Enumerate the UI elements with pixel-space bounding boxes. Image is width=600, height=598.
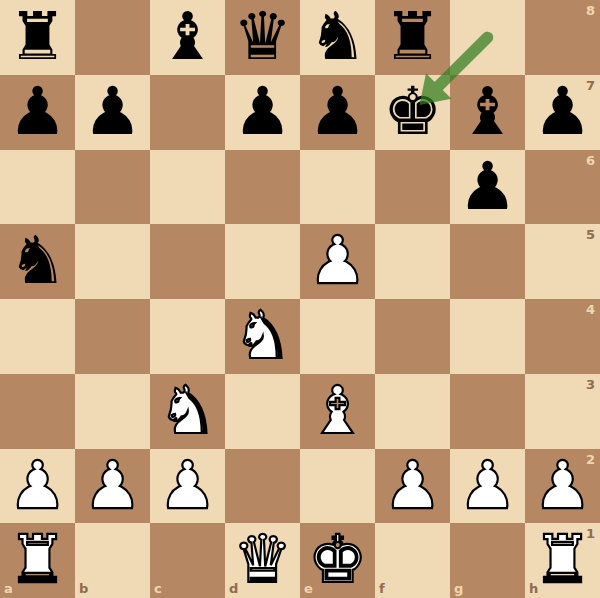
piece-black-knight[interactable]: ♞ bbox=[0, 224, 75, 299]
piece-white-pawn[interactable]: ♟ bbox=[450, 449, 525, 524]
square-e6[interactable] bbox=[300, 150, 375, 225]
square-e4[interactable] bbox=[300, 299, 375, 374]
square-h8[interactable]: 8 bbox=[525, 0, 600, 75]
coord-file-b: b bbox=[79, 582, 88, 595]
piece-black-pawn[interactable]: ♟ bbox=[0, 75, 75, 150]
piece-white-knight[interactable]: ♞ bbox=[150, 374, 225, 449]
piece-black-rook[interactable]: ♜ bbox=[0, 0, 75, 75]
square-h2[interactable]: ♟2 bbox=[525, 449, 600, 524]
coord-file-c: c bbox=[154, 582, 162, 595]
piece-black-queen[interactable]: ♛ bbox=[225, 0, 300, 75]
square-f8[interactable]: ♜ bbox=[375, 0, 450, 75]
square-c4[interactable] bbox=[150, 299, 225, 374]
square-b1[interactable]: b bbox=[75, 523, 150, 598]
square-c8[interactable]: ♝ bbox=[150, 0, 225, 75]
square-d3[interactable] bbox=[225, 374, 300, 449]
square-a2[interactable]: ♟ bbox=[0, 449, 75, 524]
piece-black-bishop[interactable]: ♝ bbox=[450, 75, 525, 150]
square-a5[interactable]: ♞ bbox=[0, 224, 75, 299]
square-d1[interactable]: ♛d bbox=[225, 523, 300, 598]
square-c2[interactable]: ♟ bbox=[150, 449, 225, 524]
piece-white-pawn[interactable]: ♟ bbox=[375, 449, 450, 524]
square-b3[interactable] bbox=[75, 374, 150, 449]
square-e1[interactable]: ♚e bbox=[300, 523, 375, 598]
square-a8[interactable]: ♜ bbox=[0, 0, 75, 75]
piece-white-pawn[interactable]: ♟ bbox=[75, 449, 150, 524]
piece-black-rook[interactable]: ♜ bbox=[375, 0, 450, 75]
square-g2[interactable]: ♟ bbox=[450, 449, 525, 524]
coord-rank-3: 3 bbox=[586, 378, 595, 391]
square-c3[interactable]: ♞ bbox=[150, 374, 225, 449]
square-a1[interactable]: ♜a bbox=[0, 523, 75, 598]
square-b7[interactable]: ♟ bbox=[75, 75, 150, 150]
square-e5[interactable]: ♟ bbox=[300, 224, 375, 299]
square-h4[interactable]: 4 bbox=[525, 299, 600, 374]
piece-white-king[interactable]: ♚ bbox=[300, 523, 375, 598]
piece-black-bishop[interactable]: ♝ bbox=[150, 0, 225, 75]
chess-board: ♜♝♛♞♜8♟♟♟♟♚♝♟7♟6♞♟5♞4♞♝3♟♟♟♟♟♟2♜abc♛d♚ef… bbox=[0, 0, 600, 598]
square-a6[interactable] bbox=[0, 150, 75, 225]
square-f1[interactable]: f bbox=[375, 523, 450, 598]
piece-black-pawn[interactable]: ♟ bbox=[225, 75, 300, 150]
square-e8[interactable]: ♞ bbox=[300, 0, 375, 75]
square-d4[interactable]: ♞ bbox=[225, 299, 300, 374]
piece-white-bishop[interactable]: ♝ bbox=[300, 374, 375, 449]
square-b5[interactable] bbox=[75, 224, 150, 299]
coord-file-g: g bbox=[454, 582, 463, 595]
square-g1[interactable]: g bbox=[450, 523, 525, 598]
square-c7[interactable] bbox=[150, 75, 225, 150]
square-e7[interactable]: ♟ bbox=[300, 75, 375, 150]
piece-white-knight[interactable]: ♞ bbox=[225, 299, 300, 374]
chess-board-widget: ♜♝♛♞♜8♟♟♟♟♚♝♟7♟6♞♟5♞4♞♝3♟♟♟♟♟♟2♜abc♛d♚ef… bbox=[0, 0, 600, 598]
coord-rank-4: 4 bbox=[586, 303, 595, 316]
piece-white-pawn[interactable]: ♟ bbox=[525, 449, 600, 524]
piece-white-pawn[interactable]: ♟ bbox=[300, 224, 375, 299]
coord-file-f: f bbox=[379, 582, 385, 595]
square-a3[interactable] bbox=[0, 374, 75, 449]
piece-black-king[interactable]: ♚ bbox=[375, 75, 450, 150]
piece-white-pawn[interactable]: ♟ bbox=[150, 449, 225, 524]
square-g6[interactable]: ♟ bbox=[450, 150, 525, 225]
square-d7[interactable]: ♟ bbox=[225, 75, 300, 150]
piece-black-knight[interactable]: ♞ bbox=[300, 0, 375, 75]
piece-white-rook[interactable]: ♜ bbox=[525, 523, 600, 598]
piece-black-pawn[interactable]: ♟ bbox=[75, 75, 150, 150]
square-c5[interactable] bbox=[150, 224, 225, 299]
coord-rank-6: 6 bbox=[586, 154, 595, 167]
square-g4[interactable] bbox=[450, 299, 525, 374]
square-e2[interactable] bbox=[300, 449, 375, 524]
square-b6[interactable] bbox=[75, 150, 150, 225]
square-a7[interactable]: ♟ bbox=[0, 75, 75, 150]
square-c6[interactable] bbox=[150, 150, 225, 225]
coord-rank-8: 8 bbox=[586, 4, 595, 17]
square-h6[interactable]: 6 bbox=[525, 150, 600, 225]
square-b2[interactable]: ♟ bbox=[75, 449, 150, 524]
square-d6[interactable] bbox=[225, 150, 300, 225]
square-f2[interactable]: ♟ bbox=[375, 449, 450, 524]
square-d5[interactable] bbox=[225, 224, 300, 299]
coord-rank-5: 5 bbox=[586, 228, 595, 241]
square-b8[interactable] bbox=[75, 0, 150, 75]
square-f5[interactable] bbox=[375, 224, 450, 299]
piece-white-queen[interactable]: ♛ bbox=[225, 523, 300, 598]
square-d8[interactable]: ♛ bbox=[225, 0, 300, 75]
square-h5[interactable]: 5 bbox=[525, 224, 600, 299]
piece-white-pawn[interactable]: ♟ bbox=[0, 449, 75, 524]
square-h7[interactable]: ♟7 bbox=[525, 75, 600, 150]
square-f4[interactable] bbox=[375, 299, 450, 374]
square-f6[interactable] bbox=[375, 150, 450, 225]
square-h3[interactable]: 3 bbox=[525, 374, 600, 449]
square-d2[interactable] bbox=[225, 449, 300, 524]
square-c1[interactable]: c bbox=[150, 523, 225, 598]
square-f7[interactable]: ♚ bbox=[375, 75, 450, 150]
piece-black-pawn[interactable]: ♟ bbox=[525, 75, 600, 150]
square-g8[interactable] bbox=[450, 0, 525, 75]
square-e3[interactable]: ♝ bbox=[300, 374, 375, 449]
square-f3[interactable] bbox=[375, 374, 450, 449]
square-g7[interactable]: ♝ bbox=[450, 75, 525, 150]
square-g3[interactable] bbox=[450, 374, 525, 449]
square-a4[interactable] bbox=[0, 299, 75, 374]
square-h1[interactable]: ♜1h bbox=[525, 523, 600, 598]
piece-black-pawn[interactable]: ♟ bbox=[300, 75, 375, 150]
square-g5[interactable] bbox=[450, 224, 525, 299]
piece-white-rook[interactable]: ♜ bbox=[0, 523, 75, 598]
square-b4[interactable] bbox=[75, 299, 150, 374]
piece-black-pawn[interactable]: ♟ bbox=[450, 150, 525, 225]
